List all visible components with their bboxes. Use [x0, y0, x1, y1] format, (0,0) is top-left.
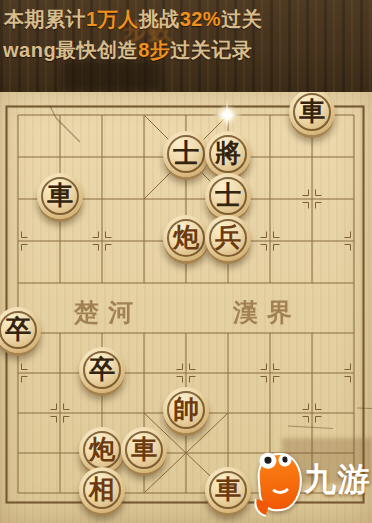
piece-character: 車 [47, 182, 73, 208]
mascot-smile-icon [268, 477, 293, 495]
stats-text: 过关 [221, 8, 262, 30]
stats-text: 过关记录 [170, 39, 252, 61]
piece-character: 車 [299, 98, 325, 124]
piece-character: 炮 [89, 436, 115, 462]
piece-character: 卒 [89, 356, 115, 382]
piece-character: 兵 [215, 224, 241, 250]
piece-red-chariot[interactable]: 車 [121, 427, 167, 473]
piece-red-soldier[interactable]: 兵 [205, 215, 251, 261]
river-label-right: 漢界 [233, 296, 301, 329]
pass-rate: 32% [180, 8, 222, 30]
mascot-eye-icon [278, 453, 292, 467]
challengers-count: 1万人 [86, 8, 139, 30]
piece-red-cannon[interactable]: 炮 [163, 215, 209, 261]
piece-character: 車 [215, 476, 241, 502]
record-stats-line: wang最快创造8步过关记录 [3, 37, 252, 64]
blur-patch [62, 61, 160, 90]
mascot-eye-icon [259, 452, 277, 469]
piece-character: 車 [131, 436, 157, 462]
piece-black-advisor[interactable]: 士 [205, 173, 251, 219]
piece-character: 帥 [173, 396, 199, 422]
game-screen: 步数 本期累计1万人挑战32%过关 wang最快创造8步过关记录 [0, 0, 372, 523]
piece-black-general[interactable]: 將 [205, 131, 251, 177]
piece-black-chariot[interactable]: 車 [37, 173, 83, 219]
piece-character: 士 [215, 182, 241, 208]
piece-character: 炮 [173, 224, 199, 250]
jiuyou-logo: 九游 [242, 443, 372, 523]
piece-character: 士 [173, 140, 199, 166]
piece-black-soldier[interactable]: 卒 [79, 347, 125, 393]
piece-black-advisor[interactable]: 士 [163, 131, 209, 177]
stats-banner: 步数 本期累计1万人挑战32%过关 wang最快创造8步过关记录 [0, 0, 372, 92]
piece-character: 卒 [5, 316, 31, 342]
piece-black-chariot[interactable]: 車 [289, 89, 335, 135]
river-label-left: 楚河 [74, 296, 142, 329]
challenge-stats-line: 本期累计1万人挑战32%过关 [4, 6, 262, 33]
sparkle-effect [216, 104, 238, 126]
piece-red-general[interactable]: 帥 [163, 387, 209, 433]
record-steps: 8步 [138, 39, 170, 61]
logo-text: 九游 [304, 458, 372, 502]
piece-character: 將 [215, 140, 241, 166]
stats-text: 挑战 [139, 8, 180, 30]
stats-text: 本期累计 [4, 8, 86, 30]
piece-character: 相 [89, 476, 115, 502]
record-player: wang最快创造 [3, 39, 138, 61]
piece-red-elephant[interactable]: 相 [79, 467, 125, 513]
